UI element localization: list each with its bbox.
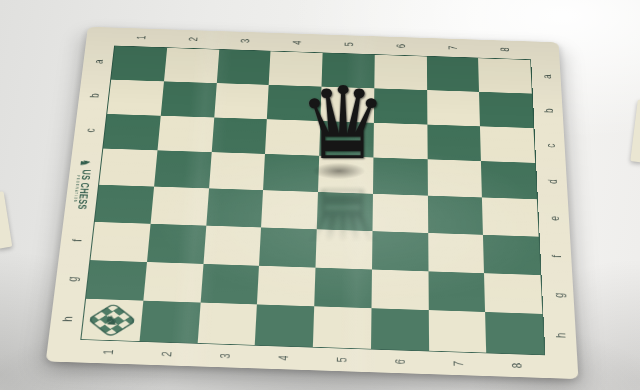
file-label-left-a: a (70, 52, 125, 72)
file-label-left-c: c (61, 120, 117, 141)
rank-label-bottom-1: 1 (90, 331, 126, 373)
file-label-right-b: b (521, 100, 575, 121)
square-f2[interactable] (147, 224, 206, 264)
square-b3[interactable] (214, 83, 269, 119)
black-queen[interactable]: ♛ (298, 72, 382, 176)
square-e3[interactable] (206, 188, 263, 227)
file-label-right-c: c (523, 135, 578, 156)
file-label-right-g: g (529, 284, 587, 307)
rank-label-bottom-7: 7 (442, 343, 475, 386)
square-g2[interactable] (143, 262, 203, 303)
piece-reflection: ♛ (298, 170, 382, 274)
file-label-right-d: d (524, 171, 580, 193)
square-d7[interactable] (427, 159, 482, 197)
rank-label-bottom-4: 4 (266, 337, 300, 380)
square-b2[interactable] (161, 81, 217, 117)
square-g7[interactable] (428, 271, 485, 312)
square-f7[interactable] (428, 233, 485, 273)
rank-label-top-5: 5 (334, 28, 363, 62)
file-label-left-f: f (47, 229, 106, 252)
rank-label-top-8: 8 (490, 33, 520, 67)
square-f3[interactable] (203, 225, 261, 265)
rank-label-bottom-6: 6 (384, 341, 416, 384)
rank-label-bottom-5: 5 (325, 339, 358, 382)
file-label-left-b: b (66, 85, 121, 105)
rank-label-top-2: 2 (177, 22, 208, 56)
rank-label-top-6: 6 (387, 29, 416, 63)
square-g3[interactable] (200, 264, 259, 305)
square-b7[interactable] (427, 90, 481, 126)
rank-label-top-4: 4 (282, 26, 312, 60)
table-surface: ♞ 12345678 12345678 abcfgh abcdefgh ♞ US… (0, 0, 640, 390)
file-label-right-h: h (531, 323, 590, 347)
square-c3[interactable] (211, 117, 267, 154)
rank-label-top-1: 1 (125, 21, 157, 55)
us-chess-shield-icon: ♞ (79, 159, 93, 167)
square-d3[interactable] (209, 152, 266, 190)
file-label-right-f: f (527, 245, 584, 268)
rank-label-top-3: 3 (230, 24, 260, 58)
adjacent-mat-left (0, 191, 12, 249)
square-c7[interactable] (427, 124, 481, 161)
square-e2[interactable] (150, 187, 208, 226)
corner-emblem-knight-icon: ♞ (104, 312, 122, 328)
square-d2[interactable] (154, 151, 211, 189)
file-label-right-e: e (526, 207, 582, 229)
adjacent-mat-right (630, 99, 640, 162)
rank-label-bottom-3: 3 (208, 335, 242, 377)
file-label-right-a: a (520, 67, 573, 87)
rank-label-bottom-8: 8 (500, 344, 533, 387)
square-g6[interactable] (371, 269, 428, 310)
rank-label-top-7: 7 (438, 31, 467, 65)
rank-label-bottom-2: 2 (149, 333, 184, 375)
square-e7[interactable] (427, 196, 483, 235)
file-label-left-g: g (42, 268, 101, 291)
file-label-left-h: h (37, 307, 97, 331)
square-c2[interactable] (157, 115, 214, 152)
